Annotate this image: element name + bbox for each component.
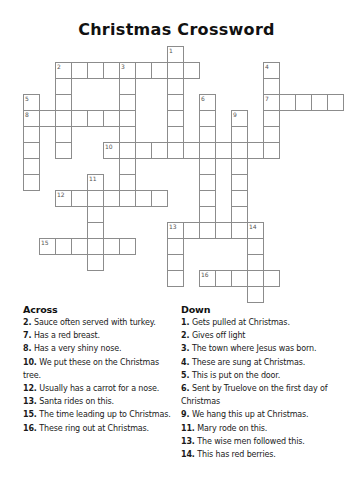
cell-number: 7 — [265, 95, 269, 102]
clue-number: 9. — [181, 410, 192, 419]
clue-number: 2. — [23, 318, 34, 327]
grid-cell[interactable] — [167, 78, 184, 95]
clue-number: 16. — [23, 424, 39, 433]
grid-cell[interactable] — [167, 94, 184, 111]
grid-cell[interactable] — [199, 158, 216, 175]
clue-text: Has a red breast. — [34, 331, 100, 340]
clue-number: 3. — [181, 344, 192, 353]
grid-cell[interactable] — [311, 94, 328, 111]
grid-cell[interactable] — [183, 222, 200, 239]
grid-cell[interactable] — [87, 110, 104, 127]
grid-cell[interactable] — [119, 110, 136, 127]
cell-number: 11 — [89, 175, 97, 182]
clue-down-4: 4. These are sung at Christmas. — [181, 356, 349, 369]
grid-cell[interactable] — [23, 126, 40, 143]
grid-cell[interactable] — [119, 174, 136, 191]
grid-cell[interactable] — [231, 190, 248, 207]
clue-down-3: 3. The town where Jesus was born. — [181, 342, 349, 355]
cell-number: 15 — [41, 239, 49, 246]
grid-cell[interactable]: 10 — [103, 142, 120, 159]
grid-cell[interactable] — [55, 78, 72, 95]
grid-cell[interactable]: 6 — [199, 94, 216, 111]
clue-text: Sauce often served with turkey. — [34, 318, 156, 327]
cell-number: 2 — [57, 63, 61, 70]
grid-cell[interactable] — [167, 254, 184, 271]
grid-cell[interactable] — [231, 206, 248, 223]
clue-across-7: 7. Has a red breast. — [23, 329, 179, 342]
clue-across-2: 2. Sauce often served with turkey. — [23, 316, 179, 329]
grid-cell[interactable] — [247, 142, 264, 159]
clue-number: 7. — [23, 331, 34, 340]
grid-cell[interactable] — [199, 174, 216, 191]
grid-cell[interactable] — [119, 238, 136, 255]
clue-number: 1. — [181, 318, 192, 327]
grid-cell[interactable] — [135, 142, 152, 159]
clue-number: 13. — [181, 437, 197, 446]
grid-cell[interactable] — [231, 270, 248, 287]
clue-number: 12. — [23, 384, 39, 393]
cell-number: 6 — [201, 95, 205, 102]
cell-number: 13 — [169, 223, 177, 230]
clues-across-header: Across — [23, 303, 179, 316]
grid-cell[interactable] — [231, 126, 248, 143]
clue-across-10: 10. We put these on the Christmas tree. — [23, 356, 179, 382]
grid-cell[interactable] — [55, 110, 72, 127]
grid-cell[interactable] — [247, 270, 264, 287]
grid-cell[interactable]: 13 — [167, 222, 184, 239]
grid-cell[interactable] — [199, 222, 216, 239]
clue-number: 14. — [181, 450, 197, 459]
clue-down-5: 5. This is put on the door. — [181, 369, 349, 382]
grid-cell[interactable] — [119, 142, 136, 159]
cell-number: 8 — [25, 111, 29, 118]
clue-text: This is put on the door. — [192, 371, 280, 380]
grid-cell[interactable] — [215, 142, 232, 159]
cell-number: 14 — [249, 223, 257, 230]
grid-cell[interactable] — [167, 270, 184, 287]
grid-cell[interactable] — [263, 126, 280, 143]
clue-number: 13. — [23, 397, 39, 406]
clue-text: These ring out at Christmas. — [39, 424, 149, 433]
grid-cell[interactable] — [247, 254, 264, 271]
cell-number: 16 — [201, 271, 209, 278]
clue-number: 5. — [181, 371, 192, 380]
grid-cell[interactable] — [39, 110, 56, 127]
clue-text: Gets pulled at Christmas. — [192, 318, 290, 327]
clue-text: Sent by Truelove on the first day of Chr… — [181, 384, 327, 406]
clue-across-15: 15. The time leading up to Christmas. — [23, 408, 179, 421]
clue-down-9: 9. We hang this up at Christmas. — [181, 408, 349, 421]
clue-down-13: 13. The wise men followed this. — [181, 435, 349, 448]
grid-cell[interactable] — [103, 62, 120, 79]
clue-across-8: 8. Has a very shiny nose. — [23, 342, 179, 355]
grid-cell[interactable] — [327, 94, 344, 111]
grid-cell[interactable] — [279, 94, 296, 111]
grid-cell[interactable] — [55, 126, 72, 143]
grid-cell[interactable]: 8 — [23, 110, 40, 127]
grid-cell[interactable]: 11 — [87, 174, 104, 191]
clue-number: 11. — [181, 424, 197, 433]
grid-cell[interactable] — [151, 62, 168, 79]
grid-cell[interactable] — [119, 190, 136, 207]
cell-number: 12 — [57, 191, 65, 198]
clue-across-12: 12. Usually has a carrot for a nose. — [23, 382, 179, 395]
clue-text: The wise men followed this. — [197, 437, 304, 446]
grid-cell[interactable] — [87, 238, 104, 255]
grid-cell[interactable] — [87, 206, 104, 223]
grid-cell[interactable] — [183, 142, 200, 159]
grid-cell[interactable] — [247, 286, 264, 303]
grid-cell[interactable] — [87, 62, 104, 79]
grid-cell[interactable] — [103, 238, 120, 255]
grid-cell[interactable] — [263, 110, 280, 127]
clues-across-section: Across 2. Sauce often served with turkey… — [23, 303, 179, 435]
grid-cell[interactable] — [199, 142, 216, 159]
grid-cell[interactable]: 1 — [167, 46, 184, 63]
grid-cell[interactable] — [167, 142, 184, 159]
grid-cell[interactable] — [71, 238, 88, 255]
grid-cell[interactable]: 3 — [119, 62, 136, 79]
grid-cell[interactable] — [119, 126, 136, 143]
clue-text: This has red berries. — [197, 450, 275, 459]
cell-number: 3 — [121, 63, 125, 70]
grid-cell[interactable]: 14 — [247, 222, 264, 239]
clue-text: Mary rode on this. — [197, 424, 267, 433]
clue-text: The town where Jesus was born. — [192, 344, 316, 353]
grid-cell[interactable] — [295, 94, 312, 111]
grid-cell[interactable] — [55, 238, 72, 255]
grid-cell[interactable] — [55, 94, 72, 111]
clue-number: 15. — [23, 410, 39, 419]
grid-cell[interactable] — [167, 62, 184, 79]
clue-number: 4. — [181, 358, 192, 367]
grid-cell[interactable] — [231, 142, 248, 159]
grid-cell[interactable] — [119, 94, 136, 111]
grid-cell[interactable] — [199, 206, 216, 223]
grid-cell[interactable] — [231, 158, 248, 175]
grid-cell[interactable] — [87, 254, 104, 271]
grid-cell[interactable] — [119, 158, 136, 175]
cell-number: 5 — [25, 95, 29, 102]
clue-text: Gives off light — [192, 331, 245, 340]
grid-cell[interactable] — [71, 62, 88, 79]
grid-cell[interactable] — [199, 110, 216, 127]
clue-text: Santa rides on this. — [39, 397, 114, 406]
cell-number: 1 — [169, 47, 173, 54]
grid-cell[interactable]: 4 — [263, 62, 280, 79]
grid-cell[interactable]: 9 — [231, 110, 248, 127]
grid-cell[interactable] — [135, 190, 152, 207]
clue-number: 10. — [23, 358, 39, 367]
clue-down-14: 14. This has red berries. — [181, 448, 349, 461]
clue-text: Usually has a carrot for a nose. — [39, 384, 159, 393]
grid-cell[interactable] — [87, 222, 104, 239]
clue-down-2: 2. Gives off light — [181, 329, 349, 342]
grid-cell[interactable]: 16 — [199, 270, 216, 287]
grid-cell[interactable] — [71, 110, 88, 127]
clues-down-section: Down 1. Gets pulled at Christmas.2. Give… — [181, 303, 349, 461]
cell-number: 9 — [233, 111, 237, 118]
clue-across-13: 13. Santa rides on this. — [23, 395, 179, 408]
grid-cell[interactable] — [119, 78, 136, 95]
grid-cell[interactable] — [23, 174, 40, 191]
grid-cell[interactable] — [151, 142, 168, 159]
clue-across-16: 16. These ring out at Christmas. — [23, 422, 179, 435]
clue-text: Has a very shiny nose. — [34, 344, 121, 353]
grid-cell[interactable] — [215, 270, 232, 287]
grid-cell[interactable] — [87, 190, 104, 207]
clue-down-6: 6. Sent by Truelove on the first day of … — [181, 382, 349, 408]
grid-cell[interactable]: 2 — [55, 62, 72, 79]
grid-cell[interactable] — [151, 190, 168, 207]
grid-cell[interactable] — [183, 62, 200, 79]
cell-number: 10 — [105, 143, 113, 150]
grid-cell[interactable] — [167, 110, 184, 127]
grid-cell[interactable] — [103, 110, 120, 127]
grid-cell[interactable]: 12 — [55, 190, 72, 207]
clue-text: We hang this up at Christmas. — [192, 410, 309, 419]
clue-down-1: 1. Gets pulled at Christmas. — [181, 316, 349, 329]
grid-cell[interactable] — [167, 126, 184, 143]
crossword-page: Christmas Crossword 12345678910111213141… — [0, 0, 353, 500]
grid-cell[interactable]: 15 — [39, 238, 56, 255]
grid-cell[interactable] — [167, 238, 184, 255]
grid-cell[interactable]: 7 — [263, 94, 280, 111]
clue-number: 6. — [181, 384, 192, 393]
grid-cell[interactable]: 5 — [23, 94, 40, 111]
clue-text: We put these on the Christmas tree. — [23, 358, 159, 380]
grid-cell[interactable] — [55, 142, 72, 159]
grid-cell[interactable] — [71, 190, 88, 207]
grid-cell[interactable] — [263, 78, 280, 95]
clue-text: The time leading up to Christmas. — [39, 410, 170, 419]
clue-number: 2. — [181, 331, 192, 340]
grid-cell[interactable] — [215, 222, 232, 239]
clues-down-list: 1. Gets pulled at Christmas.2. Gives off… — [181, 316, 349, 461]
grid-cell[interactable] — [199, 126, 216, 143]
crossword-grid: 12345678910111213141516 — [23, 46, 345, 304]
grid-cell[interactable] — [263, 142, 280, 159]
cell-number: 4 — [265, 63, 269, 70]
grid-cell[interactable] — [231, 174, 248, 191]
grid-cell[interactable] — [247, 238, 264, 255]
page-title: Christmas Crossword — [0, 20, 353, 39]
grid-cell[interactable] — [231, 222, 248, 239]
clues-across-list: 2. Sauce often served with turkey.7. Has… — [23, 316, 179, 435]
grid-cell[interactable] — [199, 190, 216, 207]
grid-cell[interactable] — [263, 270, 280, 287]
grid-cell[interactable] — [23, 158, 40, 175]
grid-cell[interactable] — [103, 190, 120, 207]
grid-cell[interactable] — [135, 62, 152, 79]
clues-down-header: Down — [181, 303, 349, 316]
clue-down-11: 11. Mary rode on this. — [181, 422, 349, 435]
clue-text: These are sung at Christmas. — [192, 358, 305, 367]
grid-cell[interactable] — [23, 142, 40, 159]
clue-number: 8. — [23, 344, 34, 353]
